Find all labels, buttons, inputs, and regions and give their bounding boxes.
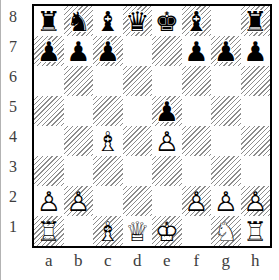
square-g4[interactable]	[211, 126, 241, 156]
square-c4[interactable]: ♝♗	[93, 126, 123, 156]
square-g1[interactable]: ♞♘	[211, 216, 241, 246]
square-c2[interactable]	[93, 186, 123, 216]
square-g3[interactable]	[211, 156, 241, 186]
square-c6[interactable]	[93, 66, 123, 96]
square-b3[interactable]	[64, 156, 94, 186]
square-e6[interactable]	[152, 66, 182, 96]
black-pawn: ♟	[34, 36, 64, 66]
rank-label-4: 4	[0, 122, 26, 152]
square-a5[interactable]	[34, 96, 64, 126]
black-pawn: ♟	[64, 36, 94, 66]
square-b8[interactable]: ♞	[64, 6, 94, 36]
white-rook-fill: ♜	[241, 216, 271, 246]
square-h6[interactable]	[241, 66, 271, 96]
square-a1[interactable]: ♜♖	[34, 216, 64, 246]
square-h4[interactable]	[241, 126, 271, 156]
black-queen: ♛	[123, 6, 153, 36]
square-f1[interactable]	[182, 216, 212, 246]
white-pawn: ♙	[182, 186, 212, 216]
square-d4[interactable]	[123, 126, 153, 156]
file-label-a: a	[34, 249, 64, 273]
white-knight-fill: ♞	[211, 216, 241, 246]
white-pawn: ♙	[152, 126, 182, 156]
square-f4[interactable]	[182, 126, 212, 156]
square-h3[interactable]	[241, 156, 271, 186]
white-pawn: ♙	[34, 186, 64, 216]
white-pawn: ♙	[64, 186, 94, 216]
rank-label-2: 2	[0, 182, 26, 212]
white-pawn-fill: ♟	[211, 186, 241, 216]
square-e5[interactable]: ♟	[152, 96, 182, 126]
black-bishop: ♝	[182, 6, 212, 36]
rank-labels: 87654321	[0, 2, 26, 242]
square-h2[interactable]: ♟♙	[241, 186, 271, 216]
square-c7[interactable]: ♟	[93, 36, 123, 66]
square-a7[interactable]: ♟	[34, 36, 64, 66]
black-knight: ♞	[64, 6, 94, 36]
white-bishop: ♗	[93, 216, 123, 246]
square-e7[interactable]	[152, 36, 182, 66]
white-queen-fill: ♛	[123, 216, 153, 246]
black-king: ♚	[152, 6, 182, 36]
square-b2[interactable]: ♟♙	[64, 186, 94, 216]
square-g5[interactable]	[211, 96, 241, 126]
black-pawn: ♟	[93, 36, 123, 66]
white-queen: ♕	[123, 216, 153, 246]
file-label-f: f	[182, 249, 212, 273]
white-pawn-fill: ♟	[34, 186, 64, 216]
white-pawn-fill: ♟	[152, 126, 182, 156]
square-g6[interactable]	[211, 66, 241, 96]
rank-label-3: 3	[0, 152, 26, 182]
square-f7[interactable]: ♟	[182, 36, 212, 66]
file-label-c: c	[93, 249, 123, 273]
black-pawn: ♟	[182, 36, 212, 66]
rank-label-5: 5	[0, 92, 26, 122]
square-b6[interactable]	[64, 66, 94, 96]
square-b1[interactable]	[64, 216, 94, 246]
square-f2[interactable]: ♟♙	[182, 186, 212, 216]
white-pawn: ♙	[241, 186, 271, 216]
white-pawn-fill: ♟	[64, 186, 94, 216]
square-d8[interactable]: ♛	[123, 6, 153, 36]
square-g2[interactable]: ♟♙	[211, 186, 241, 216]
square-b4[interactable]	[64, 126, 94, 156]
rank-label-8: 8	[0, 2, 26, 32]
white-king: ♔	[152, 216, 182, 246]
black-rook: ♜	[241, 6, 271, 36]
square-c8[interactable]: ♝	[93, 6, 123, 36]
file-label-d: d	[123, 249, 153, 273]
square-d2[interactable]	[123, 186, 153, 216]
square-c1[interactable]: ♝♗	[93, 216, 123, 246]
white-king-fill: ♚	[152, 216, 182, 246]
square-d1[interactable]: ♛♕	[123, 216, 153, 246]
square-a6[interactable]	[34, 66, 64, 96]
white-bishop: ♗	[93, 126, 123, 156]
chess-board: ♜♞♝♛♚♝♜♟♟♟♟♟♟♟♝♗♟♙♟♙♟♙♟♙♟♙♟♙♜♖♝♗♛♕♚♔♞♘♜♖	[32, 4, 272, 248]
black-bishop: ♝	[93, 6, 123, 36]
square-e1[interactable]: ♚♔	[152, 216, 182, 246]
square-g8[interactable]	[211, 6, 241, 36]
square-f5[interactable]	[182, 96, 212, 126]
file-labels: abcdefgh	[34, 249, 270, 273]
square-e8[interactable]: ♚	[152, 6, 182, 36]
square-a2[interactable]: ♟♙	[34, 186, 64, 216]
white-pawn: ♙	[211, 186, 241, 216]
square-g7[interactable]: ♟	[211, 36, 241, 66]
white-pawn-fill: ♟	[241, 186, 271, 216]
rank-label-7: 7	[0, 32, 26, 62]
black-rook: ♜	[34, 6, 64, 36]
square-f3[interactable]	[182, 156, 212, 186]
square-c5[interactable]	[93, 96, 123, 126]
file-label-e: e	[152, 249, 182, 273]
square-f6[interactable]	[182, 66, 212, 96]
square-a8[interactable]: ♜	[34, 6, 64, 36]
square-h1[interactable]: ♜♖	[241, 216, 271, 246]
white-rook-fill: ♜	[34, 216, 64, 246]
white-bishop-fill: ♝	[93, 126, 123, 156]
square-e4[interactable]: ♟♙	[152, 126, 182, 156]
square-b7[interactable]: ♟	[64, 36, 94, 66]
square-h5[interactable]	[241, 96, 271, 126]
square-h8[interactable]: ♜	[241, 6, 271, 36]
square-b5[interactable]	[64, 96, 94, 126]
black-pawn: ♟	[211, 36, 241, 66]
white-knight: ♘	[211, 216, 241, 246]
square-d6[interactable]	[123, 66, 153, 96]
black-pawn: ♟	[241, 36, 271, 66]
square-d5[interactable]	[123, 96, 153, 126]
square-d3[interactable]	[123, 156, 153, 186]
white-bishop-fill: ♝	[93, 216, 123, 246]
square-f8[interactable]: ♝	[182, 6, 212, 36]
white-pawn-fill: ♟	[182, 186, 212, 216]
white-rook: ♖	[241, 216, 271, 246]
file-label-h: h	[241, 249, 271, 273]
square-a4[interactable]	[34, 126, 64, 156]
square-h7[interactable]: ♟	[241, 36, 271, 66]
rank-label-1: 1	[0, 212, 26, 242]
white-rook: ♖	[34, 216, 64, 246]
black-pawn: ♟	[152, 96, 182, 126]
square-e2[interactable]	[152, 186, 182, 216]
square-e3[interactable]	[152, 156, 182, 186]
square-a3[interactable]	[34, 156, 64, 186]
square-c3[interactable]	[93, 156, 123, 186]
square-d7[interactable]	[123, 36, 153, 66]
file-label-g: g	[211, 249, 241, 273]
file-label-b: b	[64, 249, 94, 273]
rank-label-6: 6	[0, 62, 26, 92]
